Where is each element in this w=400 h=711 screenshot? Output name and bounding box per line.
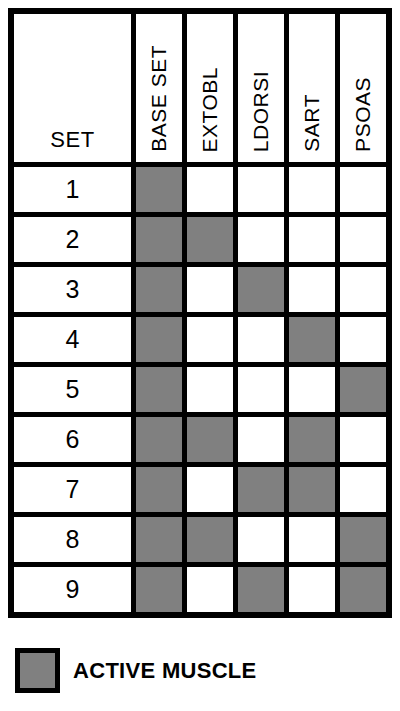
legend-label: ACTIVE MUSCLE [73,658,257,684]
activation-table: SETBASE SETEXTOBLLDORSISARTPSOAS12345678… [8,8,392,618]
cell-set2-ldorsi-inactive [238,217,284,262]
column-header-extobl: EXTOBL [187,14,233,162]
cell-set3-psoas-inactive [340,267,386,312]
cell-set7-ldorsi-active [238,467,284,512]
cell-set4-extobl-inactive [187,317,233,362]
row-label-set-8: 8 [14,517,131,562]
cell-set6-sart-active [289,417,335,462]
column-header-label: SART [300,94,324,152]
cell-set5-ldorsi-inactive [238,367,284,412]
figure-muscle-activation: SETBASE SETEXTOBLLDORSISARTPSOAS12345678… [0,0,400,711]
cell-set2-sart-inactive [289,217,335,262]
column-header-ldorsi: LDORSI [238,14,284,162]
cell-set9-psoas-active [340,567,386,612]
cell-set8-extobl-active [187,517,233,562]
cell-set4-ldorsi-inactive [238,317,284,362]
column-header-psoas: PSOAS [340,14,386,162]
cell-set1-base-set-active [136,167,182,212]
cell-set2-base-set-active [136,217,182,262]
cell-set9-sart-inactive [289,567,335,612]
row-label-set-7: 7 [14,467,131,512]
column-header-label: EXTOBL [198,67,222,152]
row-label-set-6: 6 [14,417,131,462]
cell-set9-base-set-active [136,567,182,612]
cell-set8-ldorsi-inactive [238,517,284,562]
corner-label-set: SET [14,14,131,162]
cell-set2-extobl-active [187,217,233,262]
cell-set6-psoas-inactive [340,417,386,462]
cell-set8-psoas-active [340,517,386,562]
cell-set6-ldorsi-inactive [238,417,284,462]
cell-set6-base-set-active [136,417,182,462]
row-label-set-5: 5 [14,367,131,412]
cell-set5-base-set-active [136,367,182,412]
cell-set1-sart-inactive [289,167,335,212]
cell-set2-psoas-inactive [340,217,386,262]
cell-set1-extobl-inactive [187,167,233,212]
row-label-set-1: 1 [14,167,131,212]
cell-set3-extobl-inactive [187,267,233,312]
cell-set1-ldorsi-inactive [238,167,284,212]
column-header-label: LDORSI [249,71,273,152]
cell-set5-sart-inactive [289,367,335,412]
legend: ACTIVE MUSCLE [15,648,257,693]
cell-set4-sart-active [289,317,335,362]
column-header-base-set: BASE SET [136,14,182,162]
cell-set7-sart-active [289,467,335,512]
cell-set9-extobl-inactive [187,567,233,612]
column-header-label: BASE SET [147,45,171,152]
cell-set9-ldorsi-active [238,567,284,612]
column-header-sart: SART [289,14,335,162]
row-label-set-4: 4 [14,317,131,362]
cell-set7-base-set-active [136,467,182,512]
column-header-label: PSOAS [351,77,375,152]
cell-set7-extobl-inactive [187,467,233,512]
cell-set4-psoas-inactive [340,317,386,362]
cell-set1-psoas-inactive [340,167,386,212]
cell-set8-base-set-active [136,517,182,562]
row-label-set-3: 3 [14,267,131,312]
cell-set8-sart-inactive [289,517,335,562]
cell-set3-base-set-active [136,267,182,312]
cell-set7-psoas-inactive [340,467,386,512]
cell-set4-base-set-active [136,317,182,362]
row-label-set-2: 2 [14,217,131,262]
legend-active-swatch [15,648,60,693]
cell-set6-extobl-active [187,417,233,462]
cell-set5-extobl-inactive [187,367,233,412]
cell-set3-sart-inactive [289,267,335,312]
row-label-set-9: 9 [14,567,131,612]
cell-set3-ldorsi-active [238,267,284,312]
cell-set5-psoas-active [340,367,386,412]
